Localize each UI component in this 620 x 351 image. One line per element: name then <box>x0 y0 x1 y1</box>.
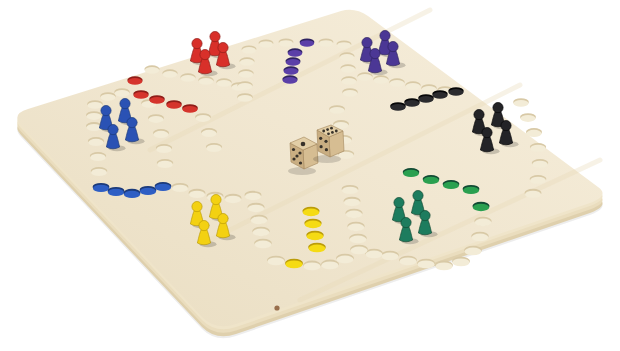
track-hole <box>144 65 159 73</box>
green-home-hole <box>463 185 480 194</box>
red-home-hole <box>133 90 149 99</box>
track-hole <box>259 39 274 47</box>
track-hole <box>279 38 294 46</box>
red-home-hole <box>166 100 182 109</box>
track-hole <box>530 143 546 152</box>
blue-home-hole <box>140 186 157 195</box>
track-hole <box>153 129 169 138</box>
track-hole <box>347 222 364 231</box>
green-entry-hole <box>472 202 489 211</box>
track-hole <box>435 261 453 271</box>
track-hole <box>247 203 264 212</box>
track-hole <box>201 128 217 137</box>
yellow-entry-hole <box>285 259 303 269</box>
track-hole <box>319 38 334 46</box>
track-hole <box>349 234 367 244</box>
track-hole <box>189 189 206 198</box>
track-hole <box>239 57 254 65</box>
track-hole <box>340 64 355 72</box>
purple-home-hole <box>282 75 297 84</box>
track-hole <box>114 88 130 97</box>
track-hole <box>389 78 404 87</box>
track-hole <box>100 92 116 101</box>
aggravation-board <box>0 0 620 351</box>
blue-home-hole <box>124 189 141 198</box>
blue-home-hole <box>108 187 125 196</box>
track-hole <box>216 78 231 87</box>
track-hole <box>242 45 257 53</box>
track-hole <box>417 259 435 269</box>
track-hole <box>471 232 489 242</box>
yellow-home-hole <box>306 231 324 241</box>
track-hole <box>337 40 352 48</box>
yellow-home-hole <box>308 243 326 253</box>
track-hole <box>172 183 189 192</box>
track-hole <box>357 72 372 80</box>
track-hole <box>452 257 470 267</box>
purple-home-hole <box>283 66 298 74</box>
track-hole <box>532 159 548 168</box>
blue-entry-hole <box>93 183 110 192</box>
track-hole <box>86 111 102 120</box>
track-hole <box>526 128 542 137</box>
track-hole <box>91 167 108 176</box>
track-hole <box>198 76 213 85</box>
track-hole <box>237 81 252 90</box>
green-home-hole <box>443 180 460 189</box>
red-entry-hole <box>127 76 142 85</box>
board-photo <box>0 0 620 351</box>
track-hole <box>245 191 262 200</box>
track-hole <box>156 144 172 153</box>
track-hole <box>237 93 253 102</box>
track-hole <box>267 256 285 266</box>
track-hole <box>238 69 253 77</box>
track-hole <box>87 100 103 109</box>
yellow-home-hole <box>304 219 321 228</box>
yellow-home-hole <box>302 207 319 216</box>
track-hole <box>525 189 542 198</box>
track-hole <box>513 98 529 107</box>
track-hole <box>225 194 242 203</box>
track-hole <box>90 152 106 161</box>
track-hole <box>520 113 536 122</box>
track-hole <box>343 197 360 206</box>
track-hole <box>340 52 355 60</box>
track-hole <box>148 114 164 123</box>
black-home-hole <box>404 98 420 107</box>
track-hole <box>180 73 195 81</box>
track-hole <box>206 143 222 152</box>
track-hole <box>254 239 272 249</box>
black-home-hole <box>418 94 434 103</box>
track-hole <box>381 251 399 261</box>
wood-knot <box>274 305 279 310</box>
track-hole <box>303 261 321 271</box>
green-home-hole <box>423 175 440 184</box>
track-hole <box>162 69 177 77</box>
track-hole <box>342 88 358 97</box>
track-hole <box>157 159 173 168</box>
purple-home-hole <box>285 57 300 65</box>
track-hole <box>365 249 383 259</box>
track-hole <box>373 75 388 84</box>
track-hole <box>530 175 547 184</box>
track-hole <box>336 254 354 264</box>
black-home-hole <box>432 90 448 99</box>
track-hole <box>250 215 267 224</box>
track-hole <box>464 246 482 256</box>
track-hole <box>405 81 420 90</box>
track-hole <box>329 105 345 114</box>
track-hole <box>88 137 104 146</box>
red-home-hole <box>182 104 198 113</box>
track-hole <box>342 185 359 194</box>
track-hole <box>399 256 417 266</box>
black-entry-hole <box>448 87 463 96</box>
track-hole <box>341 76 356 85</box>
black-home-hole <box>390 102 406 111</box>
track-hole <box>252 227 269 237</box>
green-home-hole <box>403 168 420 177</box>
track-hole <box>321 260 339 270</box>
purple-entry-hole <box>300 38 315 46</box>
track-hole <box>195 113 211 122</box>
die-2-showing-6[interactable] <box>313 125 344 163</box>
track-hole <box>474 217 491 226</box>
track-hole <box>350 245 368 255</box>
track-hole <box>345 209 362 218</box>
blue-home-hole <box>155 182 172 191</box>
die-1-showing-1[interactable] <box>288 137 318 175</box>
purple-home-hole <box>288 48 303 56</box>
red-home-hole <box>149 95 165 104</box>
